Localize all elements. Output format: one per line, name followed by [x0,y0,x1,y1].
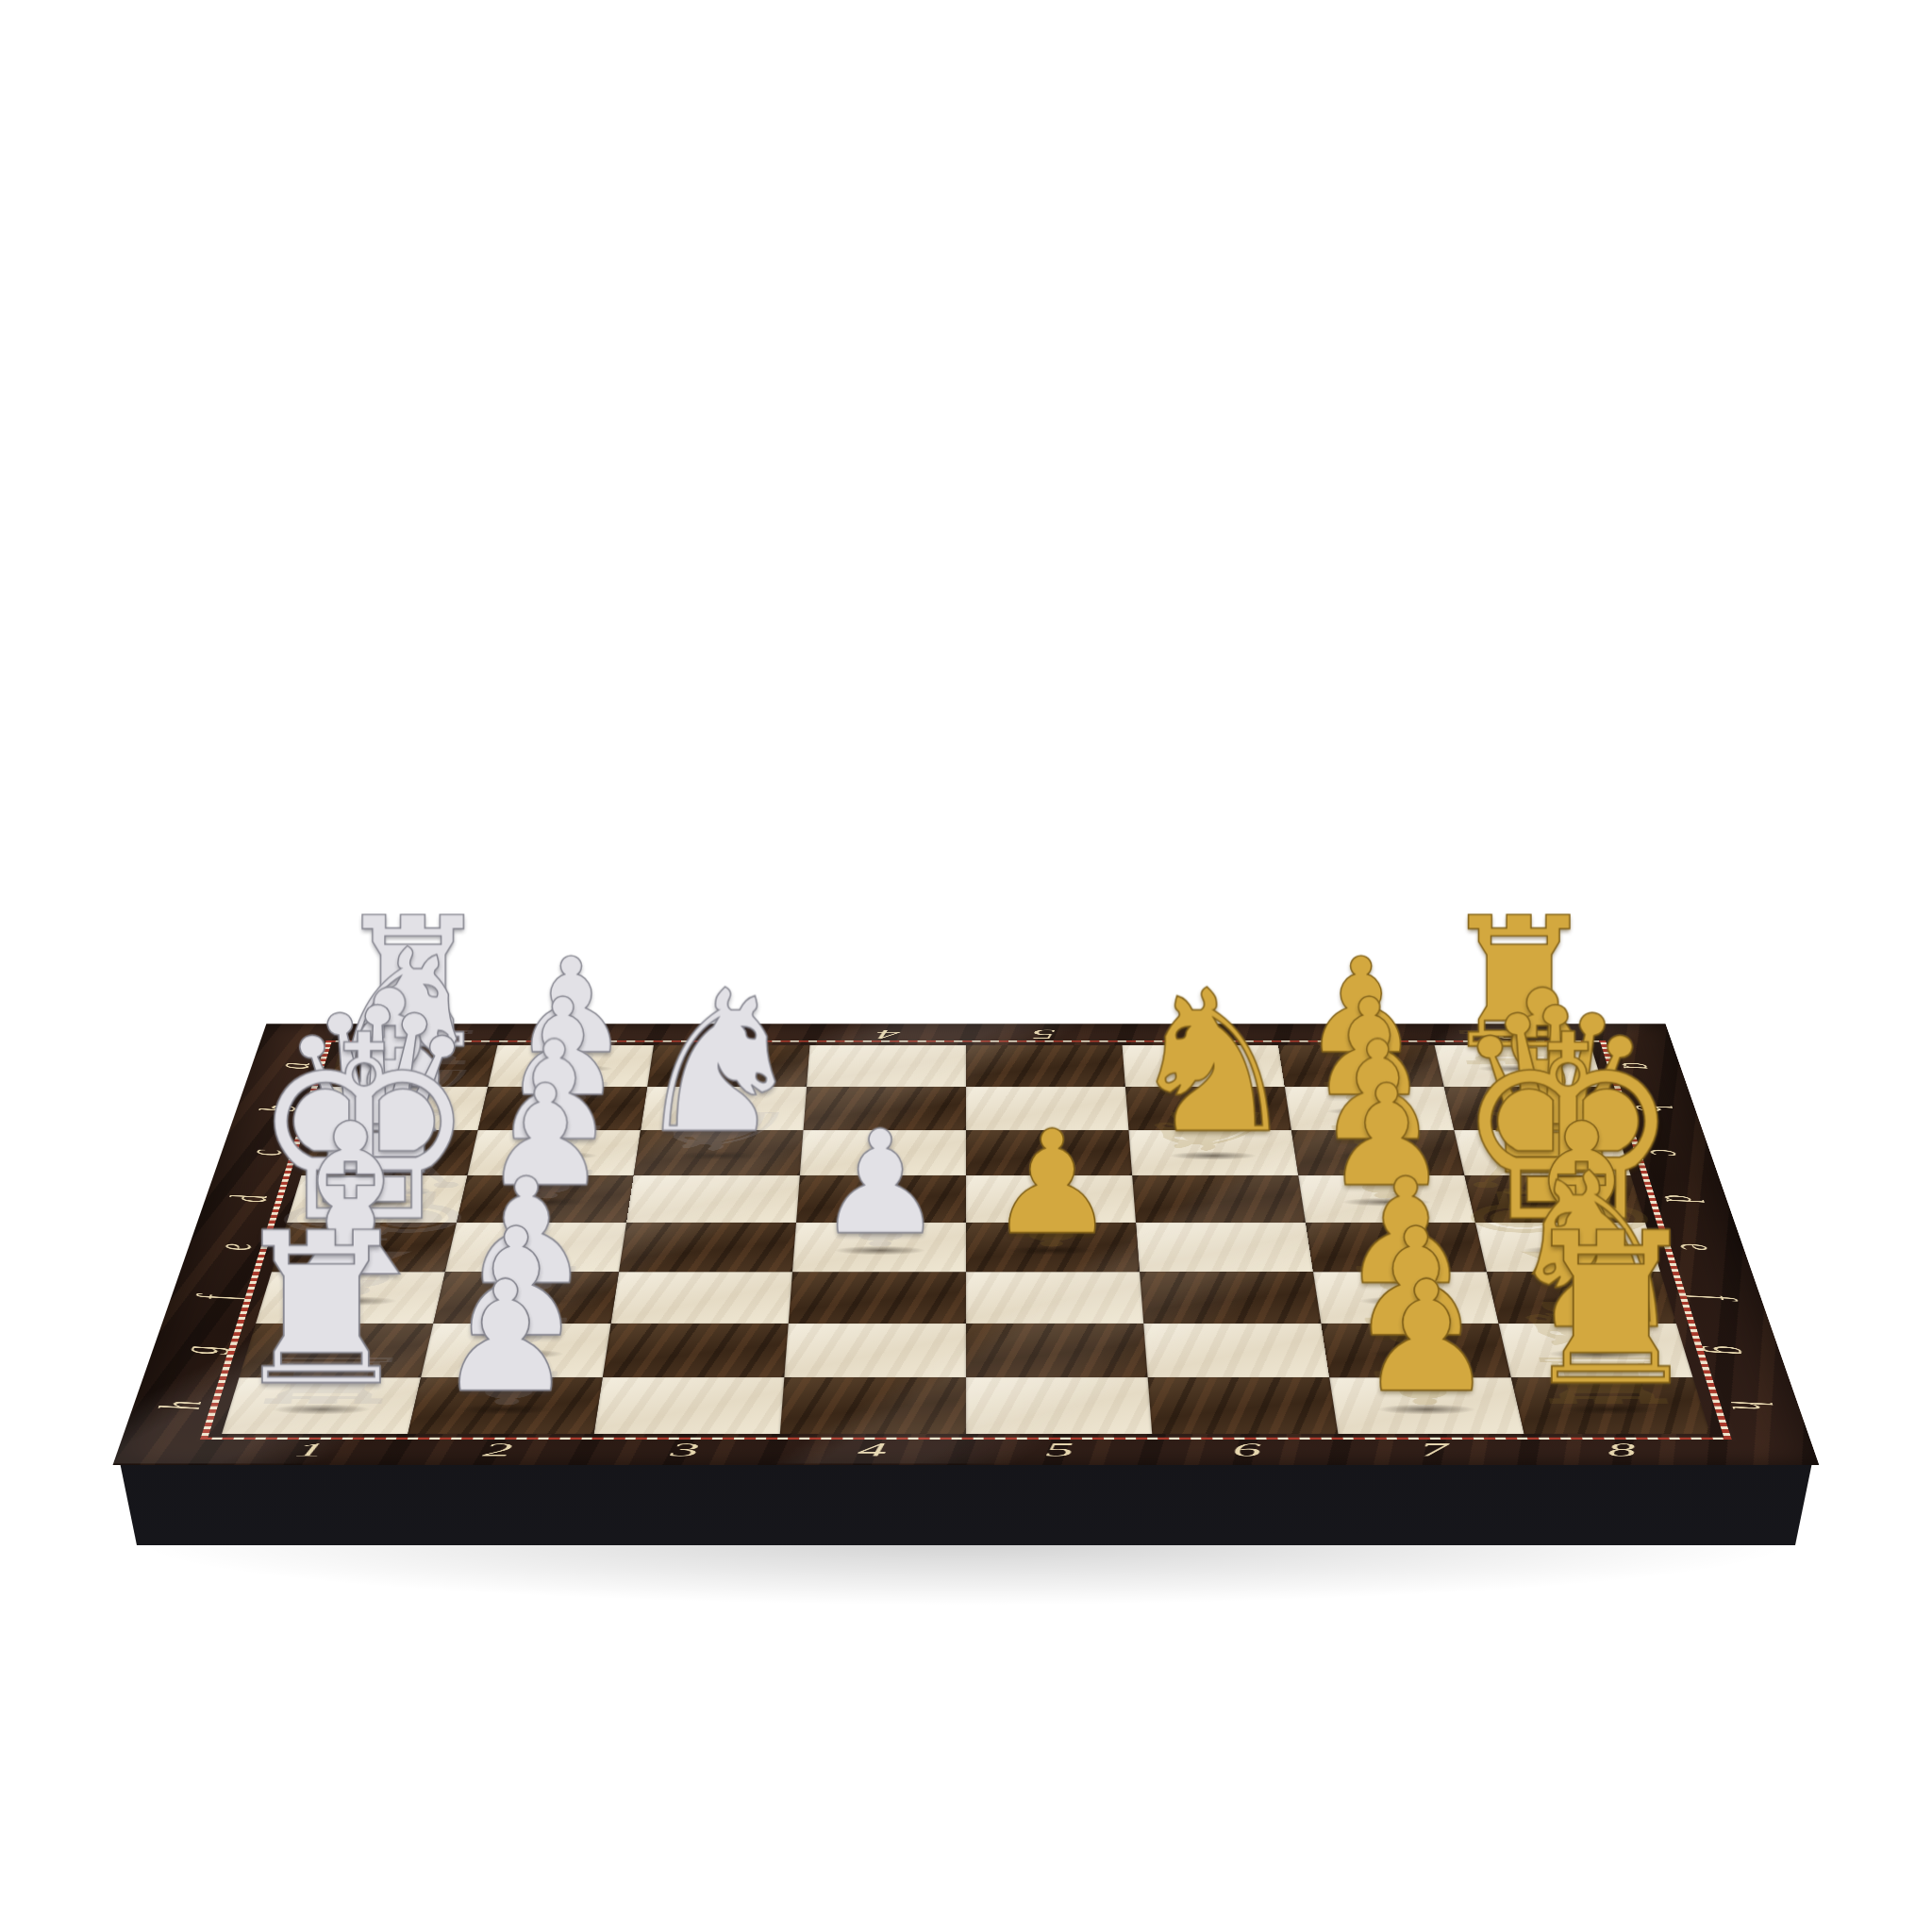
square-e6[interactable] [1136,1223,1313,1272]
dashed-border-bottom [200,1438,1732,1440]
square-g3[interactable] [603,1324,789,1377]
square-h3[interactable] [594,1377,785,1434]
square-e3[interactable] [619,1223,796,1272]
black-rook-icon: ♜ [1517,1210,1705,1409]
square-e5[interactable]: ♟♟ [966,1223,1140,1272]
square-c3[interactable]: ♞♞ [634,1130,804,1175]
square-d6[interactable] [1132,1175,1306,1223]
black-pawn-icon: ♟ [988,1115,1116,1251]
square-h1[interactable]: ♜♜ [222,1377,421,1434]
square-h6[interactable] [1148,1377,1339,1434]
chess-board: ♜♜♟♟♟♟♜♜♞♞♟♟♟♟♝♝♟♟♞♞♞♞♟♟♝♝♛♛♟♟♟♟♛♛♚♚♟♟♟♟… [113,1024,1820,1465]
white-knight-icon: ♞ [631,969,808,1156]
black-knight-icon: ♞ [1124,969,1301,1156]
square-a4[interactable] [807,1045,966,1087]
square-c6[interactable]: ♞♞ [1128,1130,1298,1175]
square-g6[interactable] [1143,1324,1329,1377]
square-a5[interactable] [966,1045,1125,1087]
square-d3[interactable] [626,1175,800,1223]
square-g4[interactable] [784,1324,966,1377]
square-h5[interactable] [966,1377,1152,1434]
white-pawn-icon: ♟ [816,1115,944,1251]
square-h8[interactable]: ♜♜ [1511,1377,1710,1434]
square-g5[interactable] [966,1324,1148,1377]
white-rook-icon: ♜ [227,1210,415,1409]
play-area-grid: ♜♜♟♟♟♟♜♜♞♞♟♟♟♟♝♝♟♟♞♞♞♞♟♟♝♝♛♛♟♟♟♟♛♛♚♚♟♟♟♟… [222,1045,1710,1434]
square-h2[interactable]: ♟♟ [408,1377,602,1434]
black-pawn-icon: ♟ [1357,1264,1495,1410]
board-drop-shadow [104,1541,1828,1607]
square-e4[interactable]: ♟♟ [792,1223,966,1272]
white-pawn-icon: ♟ [437,1264,575,1410]
square-h4[interactable] [780,1377,966,1434]
square-h7[interactable]: ♟♟ [1329,1377,1524,1434]
